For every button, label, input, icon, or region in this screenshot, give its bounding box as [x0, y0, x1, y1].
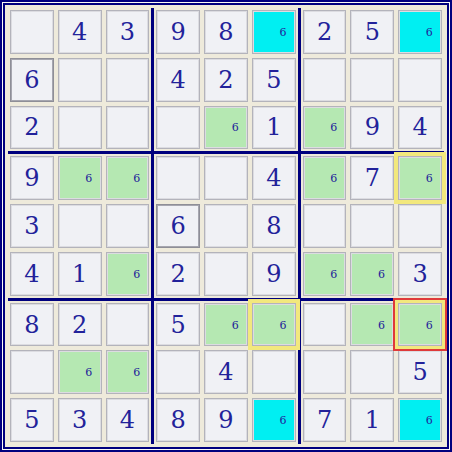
box-r2c3: 676663	[301, 154, 444, 297]
cell-r2c6[interactable]: 5	[252, 58, 296, 102]
box-r3c3: 665716	[301, 301, 444, 444]
candidate-digit: 6	[426, 415, 433, 426]
cell-value: 2	[317, 20, 332, 44]
cell-r4c7[interactable]: 6	[303, 156, 347, 200]
cell-r7c3[interactable]	[106, 303, 150, 347]
candidate-digit: 6	[279, 319, 286, 330]
candidate-digit: 6	[426, 173, 433, 184]
cell-value: 5	[365, 20, 380, 44]
candidate-digit: 6	[133, 173, 140, 184]
cell-r4c2[interactable]: 6	[58, 156, 102, 200]
cell-r3c9[interactable]: 4	[398, 106, 442, 150]
cell-value: 2	[218, 68, 233, 92]
sudoku-board: 4362986425612566949663416468296766638266…	[0, 0, 452, 452]
cell-r8c5[interactable]: 4	[204, 350, 248, 394]
cell-r6c7[interactable]: 6	[303, 252, 347, 296]
cell-r7c8[interactable]: 6	[350, 303, 394, 347]
cell-value: 2	[72, 313, 87, 337]
cell-r6c8[interactable]: 6	[350, 252, 394, 296]
candidate-digit: 6	[330, 268, 337, 279]
cell-r2c4[interactable]: 4	[156, 58, 200, 102]
cell-r9c7[interactable]: 7	[303, 398, 347, 442]
cell-r5c2[interactable]	[58, 204, 102, 248]
candidate-digit: 6	[330, 122, 337, 133]
cell-r8c3[interactable]: 6	[106, 350, 150, 394]
box-r3c2: 5664896	[154, 301, 297, 444]
cell-r4c4[interactable]	[156, 156, 200, 200]
cell-r2c7[interactable]	[303, 58, 347, 102]
candidate-digit: 6	[85, 173, 92, 184]
cell-value: 7	[317, 408, 332, 432]
cell-r1c5[interactable]: 8	[204, 10, 248, 54]
candidate-digit: 6	[85, 367, 92, 378]
cell-r7c2[interactable]: 2	[58, 303, 102, 347]
cell-value: 8	[24, 313, 39, 337]
cell-r1c4[interactable]: 9	[156, 10, 200, 54]
cell-r4c8[interactable]: 7	[350, 156, 394, 200]
cell-r5c7[interactable]	[303, 204, 347, 248]
cell-r7c5[interactable]: 6	[204, 303, 248, 347]
cell-r8c9[interactable]: 5	[398, 350, 442, 394]
cell-r7c4[interactable]: 5	[156, 303, 200, 347]
cell-value: 4	[218, 360, 233, 384]
cell-r7c9[interactable]: 6	[398, 303, 442, 347]
cell-r4c5[interactable]	[204, 156, 248, 200]
cell-value: 4	[266, 166, 281, 190]
cell-r1c8[interactable]: 5	[350, 10, 394, 54]
cell-value: 4	[120, 408, 135, 432]
cell-r1c1[interactable]	[10, 10, 54, 54]
cell-r8c8[interactable]	[350, 350, 394, 394]
cell-r9c4[interactable]: 8	[156, 398, 200, 442]
cell-r6c9[interactable]: 3	[398, 252, 442, 296]
candidate-digit: 6	[426, 319, 433, 330]
cell-r3c1[interactable]: 2	[10, 106, 54, 150]
cell-r6c2[interactable]: 1	[58, 252, 102, 296]
cell-r6c4[interactable]: 2	[156, 252, 200, 296]
cell-r3c3[interactable]	[106, 106, 150, 150]
cell-r6c6[interactable]: 9	[252, 252, 296, 296]
cell-value: 5	[171, 313, 186, 337]
candidate-digit: 6	[426, 26, 433, 37]
cell-r8c4[interactable]	[156, 350, 200, 394]
cell-value: 6	[24, 68, 39, 92]
cell-value: 4	[171, 68, 186, 92]
cell-r3c8[interactable]: 9	[350, 106, 394, 150]
cell-r5c9[interactable]	[398, 204, 442, 248]
cell-r5c4[interactable]: 6	[156, 204, 200, 248]
cell-value: 2	[171, 262, 186, 286]
candidate-digit: 6	[279, 26, 286, 37]
candidate-digit: 6	[330, 173, 337, 184]
cell-value: 8	[266, 214, 281, 238]
cell-r2c5[interactable]: 2	[204, 58, 248, 102]
cell-r1c9[interactable]: 6	[398, 10, 442, 54]
candidate-digit: 6	[232, 122, 239, 133]
candidate-digit: 6	[133, 268, 140, 279]
cell-r3c5[interactable]: 6	[204, 106, 248, 150]
cell-r6c5[interactable]	[204, 252, 248, 296]
cell-r4c3[interactable]: 6	[106, 156, 150, 200]
cell-r9c2[interactable]: 3	[58, 398, 102, 442]
cell-r2c2[interactable]	[58, 58, 102, 102]
cell-r3c4[interactable]	[156, 106, 200, 150]
candidate-digit: 6	[279, 415, 286, 426]
cell-r1c2[interactable]: 4	[58, 10, 102, 54]
cell-value: 5	[266, 68, 281, 92]
cell-value: 5	[412, 360, 427, 384]
box-r1c2: 98642561	[154, 8, 297, 151]
box-r1c3: 256694	[301, 8, 444, 151]
cell-r8c6[interactable]	[252, 350, 296, 394]
cell-value: 3	[412, 262, 427, 286]
cell-value: 2	[24, 115, 39, 139]
cell-r1c3[interactable]: 3	[106, 10, 150, 54]
cell-r9c9[interactable]: 6	[398, 398, 442, 442]
candidate-digit: 6	[378, 319, 385, 330]
cell-value: 5	[24, 408, 39, 432]
cell-value: 4	[412, 115, 427, 139]
cell-r7c7[interactable]	[303, 303, 347, 347]
cell-r2c9[interactable]	[398, 58, 442, 102]
cell-r9c3[interactable]: 4	[106, 398, 150, 442]
cell-r8c1[interactable]	[10, 350, 54, 394]
cell-r1c7[interactable]: 2	[303, 10, 347, 54]
candidate-digit: 6	[378, 268, 385, 279]
sudoku-boxes-grid: 4362986425612566949663416468296766638266…	[8, 8, 444, 444]
cell-value: 1	[266, 115, 281, 139]
cell-r4c1[interactable]: 9	[10, 156, 54, 200]
cell-value: 3	[24, 214, 39, 238]
cell-value: 3	[72, 408, 87, 432]
cell-r7c6[interactable]: 6	[252, 303, 296, 347]
cell-value: 9	[266, 262, 281, 286]
cell-r5c3[interactable]	[106, 204, 150, 248]
cell-r6c3[interactable]: 6	[106, 252, 150, 296]
cell-r3c7[interactable]: 6	[303, 106, 347, 150]
box-r2c1: 9663416	[8, 154, 151, 297]
box-r2c2: 46829	[154, 154, 297, 297]
cell-r9c8[interactable]: 1	[350, 398, 394, 442]
box-r3c1: 8266534	[8, 301, 151, 444]
cell-value: 4	[24, 262, 39, 286]
cell-value: 1	[72, 262, 87, 286]
cell-r3c6[interactable]: 1	[252, 106, 296, 150]
box-r1c1: 4362	[8, 8, 151, 151]
cell-value: 8	[171, 408, 186, 432]
cell-value: 4	[72, 20, 87, 44]
cell-r5c5[interactable]	[204, 204, 248, 248]
cell-r5c6[interactable]: 8	[252, 204, 296, 248]
cell-value: 3	[120, 20, 135, 44]
cell-r4c9[interactable]: 6	[398, 156, 442, 200]
cell-r8c2[interactable]: 6	[58, 350, 102, 394]
candidate-digit: 6	[232, 319, 239, 330]
cell-r3c2[interactable]	[58, 106, 102, 150]
cell-value: 1	[365, 408, 380, 432]
cell-value: 6	[171, 214, 186, 238]
cell-r5c8[interactable]	[350, 204, 394, 248]
cell-r2c3[interactable]	[106, 58, 150, 102]
cell-r1c6[interactable]: 6	[252, 10, 296, 54]
cell-r9c5[interactable]: 9	[204, 398, 248, 442]
cell-value: 9	[171, 20, 186, 44]
cell-r6c1[interactable]: 4	[10, 252, 54, 296]
cell-r4c6[interactable]: 4	[252, 156, 296, 200]
cell-r8c7[interactable]	[303, 350, 347, 394]
cell-value: 9	[24, 166, 39, 190]
cell-value: 9	[365, 115, 380, 139]
cell-r7c1[interactable]: 8	[10, 303, 54, 347]
cell-r5c1[interactable]: 3	[10, 204, 54, 248]
candidate-digit: 6	[133, 367, 140, 378]
cell-value: 9	[218, 408, 233, 432]
cell-r2c8[interactable]	[350, 58, 394, 102]
cell-r9c6[interactable]: 6	[252, 398, 296, 442]
cell-r2c1[interactable]: 6	[10, 58, 54, 102]
cell-value: 7	[365, 166, 380, 190]
cell-value: 8	[218, 20, 233, 44]
cell-r9c1[interactable]: 5	[10, 398, 54, 442]
